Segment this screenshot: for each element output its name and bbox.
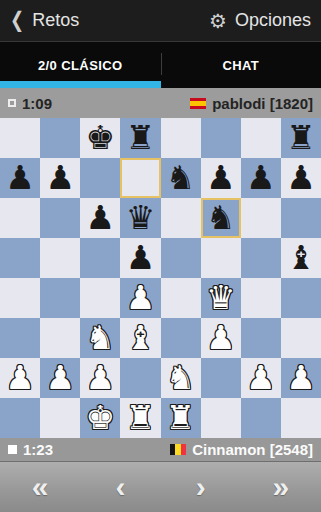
black-rook-d8: ♜ [126,118,156,158]
square-b7[interactable]: ♟ [40,158,80,198]
bottom-player-name: Cinnamon [2548] [192,441,313,458]
square-h6[interactable] [281,198,321,238]
options-button[interactable]: ⚙ Opciones [209,10,311,31]
back-label: Retos [32,10,79,31]
square-f7[interactable]: ♟ [201,158,241,198]
white-pawn-f3: ♟ [206,318,236,358]
bottom-player-name-group: Cinnamon [2548] [170,441,313,458]
top-player-clock: 1:09 [22,95,52,112]
black-pawn-a7: ♟ [5,158,35,198]
square-e5[interactable] [161,238,201,278]
black-queen-d6: ♛ [126,198,156,238]
square-g3[interactable] [241,318,281,358]
square-c2[interactable]: ♟ [80,358,120,398]
square-b1[interactable] [40,398,80,438]
white-pawn-g2: ♟ [246,358,276,398]
black-pawn-c6: ♟ [86,198,116,238]
top-player-name-group: pablodi [1820] [190,95,313,112]
square-h1[interactable] [281,398,321,438]
square-f6[interactable]: ♞ [201,198,241,238]
top-player-name: pablodi [1820] [212,95,313,112]
square-a8[interactable] [0,118,40,158]
belgium-flag-icon [170,444,186,455]
square-b8[interactable] [40,118,80,158]
black-rook-h8: ♜ [286,118,316,158]
square-b5[interactable] [40,238,80,278]
black-pawn-b7: ♟ [45,158,75,198]
white-rook-d1: ♜ [126,398,156,438]
white-pawn-d4: ♟ [126,278,156,318]
square-c8[interactable]: ♚ [80,118,120,158]
next-move-button[interactable]: › [161,462,241,512]
white-king-c1: ♚ [86,398,116,438]
tab-clasico[interactable]: 2/0 CLÁSICO [0,42,161,88]
white-rook-e1: ♜ [166,398,196,438]
white-pawn-h2: ♟ [286,358,316,398]
spain-flag-icon [190,98,206,109]
square-a7[interactable]: ♟ [0,158,40,198]
square-c5[interactable] [80,238,120,278]
last-move-button[interactable]: » [241,462,321,512]
bottom-player-bar: 1:23 Cinnamon [2548] [0,438,321,461]
prev-move-button[interactable]: ‹ [80,462,160,512]
square-d1[interactable]: ♜ [120,398,160,438]
square-g6[interactable] [241,198,281,238]
square-h7[interactable]: ♟ [281,158,321,198]
square-h2[interactable]: ♟ [281,358,321,398]
square-e4[interactable] [161,278,201,318]
square-g2[interactable]: ♟ [241,358,281,398]
square-d3[interactable]: ♝ [120,318,160,358]
square-a6[interactable] [0,198,40,238]
bottom-player-clock: 1:23 [23,441,53,458]
bottom-player-clock-group: 1:23 [8,441,53,458]
square-f3[interactable]: ♟ [201,318,241,358]
square-f8[interactable] [201,118,241,158]
tab-bar: 2/0 CLÁSICO CHAT [0,42,321,88]
black-knight-e7: ♞ [166,158,196,198]
black-pawn-d5: ♟ [126,238,156,278]
square-c6[interactable]: ♟ [80,198,120,238]
first-move-button[interactable]: « [0,462,80,512]
square-b3[interactable] [40,318,80,358]
square-e1[interactable]: ♜ [161,398,201,438]
square-a5[interactable] [0,238,40,278]
white-knight-c3: ♞ [86,318,116,358]
square-a1[interactable] [0,398,40,438]
square-h8[interactable]: ♜ [281,118,321,158]
square-e8[interactable] [161,118,201,158]
chevron-left-icon: ❮ [10,10,24,31]
square-c3[interactable]: ♞ [80,318,120,358]
square-g1[interactable] [241,398,281,438]
square-d6[interactable]: ♛ [120,198,160,238]
tab-clasico-label: 2/0 CLÁSICO [38,58,123,73]
white-queen-f4: ♛ [206,278,236,318]
square-a4[interactable] [0,278,40,318]
square-h5[interactable]: ♝ [281,238,321,278]
square-d8[interactable]: ♜ [120,118,160,158]
square-g8[interactable] [241,118,281,158]
action-bar: ❮ Retos ⚙ Opciones [0,0,321,42]
square-e2[interactable]: ♞ [161,358,201,398]
square-c7[interactable] [80,158,120,198]
top-player-clock-group: 1:09 [8,95,52,112]
square-f5[interactable] [201,238,241,278]
square-c4[interactable] [80,278,120,318]
tab-chat-label: CHAT [222,58,259,73]
square-h4[interactable] [281,278,321,318]
black-side-icon [8,99,16,107]
black-pawn-g7: ♟ [246,158,276,198]
square-g4[interactable] [241,278,281,318]
square-b4[interactable] [40,278,80,318]
options-label: Opciones [235,10,311,31]
square-e7[interactable]: ♞ [161,158,201,198]
square-g7[interactable]: ♟ [241,158,281,198]
white-side-icon [8,445,17,454]
square-b2[interactable]: ♟ [40,358,80,398]
square-f2[interactable] [201,358,241,398]
white-pawn-b2: ♟ [45,358,75,398]
square-f4[interactable]: ♛ [201,278,241,318]
white-pawn-a2: ♟ [5,358,35,398]
square-g5[interactable] [241,238,281,278]
tab-chat[interactable]: CHAT [161,42,321,88]
top-player-bar: 1:09 pablodi [1820] [0,88,321,118]
square-d4[interactable]: ♟ [120,278,160,318]
square-e6[interactable] [161,198,201,238]
square-a2[interactable]: ♟ [0,358,40,398]
white-pawn-c2: ♟ [86,358,116,398]
black-pawn-h7: ♟ [286,158,316,198]
square-d2[interactable] [120,358,160,398]
gear-icon: ⚙ [209,11,227,31]
square-d5[interactable]: ♟ [120,238,160,278]
back-button[interactable]: ❮ Retos [10,10,79,31]
black-pawn-f7: ♟ [206,158,236,198]
white-bishop-d3: ♝ [126,318,156,358]
chess-app: ❮ Retos ⚙ Opciones 2/0 CLÁSICO CHAT 1:09… [0,0,321,512]
square-f1[interactable] [201,398,241,438]
black-bishop-h5: ♝ [286,238,316,278]
white-knight-e2: ♞ [166,358,196,398]
black-king-c8: ♚ [86,118,116,158]
square-h3[interactable] [281,318,321,358]
square-b6[interactable] [40,198,80,238]
square-d7[interactable] [120,158,160,198]
square-a3[interactable] [0,318,40,358]
square-c1[interactable]: ♚ [80,398,120,438]
move-nav-bar: « ‹ › » [0,461,321,512]
square-e3[interactable] [161,318,201,358]
chess-board[interactable]: ♚♜♜♟♟♞♟♟♟♟♛♞♟♝♟♛♞♝♟♟♟♟♞♟♟♚♜♜ [0,118,321,438]
black-knight-f6: ♞ [206,198,236,238]
